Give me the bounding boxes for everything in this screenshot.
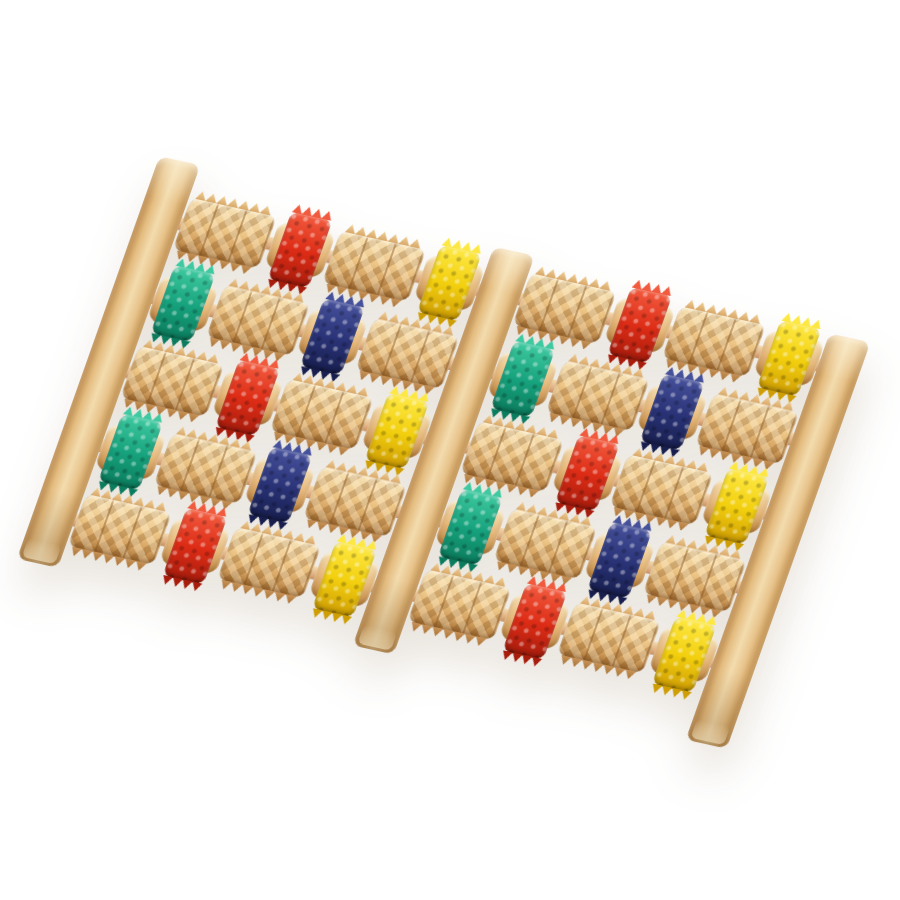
carved-wood-roller-body bbox=[557, 602, 662, 674]
carved-wood-roller-body bbox=[493, 508, 598, 580]
carved-wood-roller-body bbox=[695, 393, 800, 465]
product-photo bbox=[0, 0, 900, 900]
carved-wood-roller-body bbox=[120, 345, 225, 417]
carved-wood-roller-body bbox=[303, 466, 408, 538]
carved-wood-roller-body bbox=[67, 493, 172, 565]
carved-wood-roller-body bbox=[609, 454, 714, 526]
carved-wood-roller-body bbox=[512, 272, 617, 344]
carved-wood-roller-body bbox=[217, 526, 322, 598]
carved-wood-roller-body bbox=[270, 378, 375, 450]
carved-wood-roller-body bbox=[205, 284, 310, 356]
carved-wood-roller-body bbox=[642, 541, 747, 613]
carved-wood-roller-body bbox=[172, 197, 277, 269]
carved-wood-roller-body bbox=[153, 432, 258, 504]
carved-wood-roller-body bbox=[322, 230, 427, 302]
carved-wood-roller-body bbox=[460, 420, 565, 492]
carved-wood-roller-body bbox=[407, 569, 512, 641]
carved-wood-roller-body bbox=[355, 317, 460, 389]
foot-roller-rack bbox=[21, 177, 873, 707]
photo-background: { "game": "wooden foot massage roller ra… bbox=[0, 0, 900, 900]
carved-wood-roller-body bbox=[662, 305, 767, 377]
carved-wood-roller-body bbox=[545, 359, 650, 431]
